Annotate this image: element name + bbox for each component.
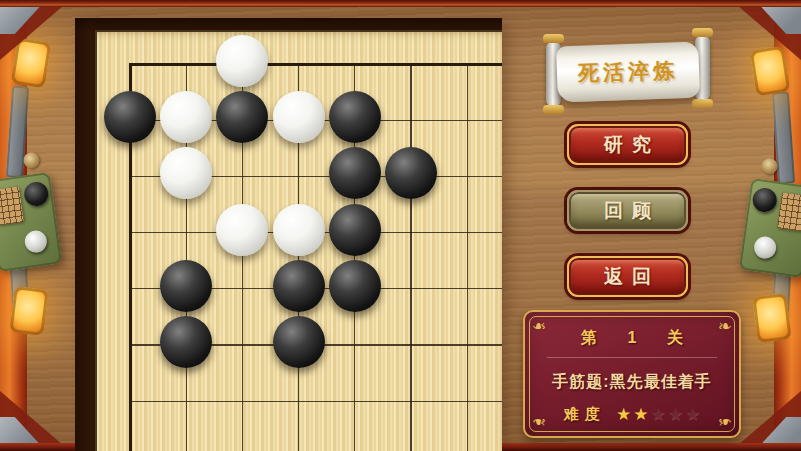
- star-filled-icon: ★: [633, 406, 648, 423]
- study-button[interactable]: 研究: [567, 124, 688, 165]
- black-stone: [104, 91, 156, 143]
- black-stone: [329, 260, 381, 312]
- title-banner: 死活淬炼: [543, 30, 713, 114]
- left-lantern-bottom-icon: [9, 286, 48, 336]
- study-button-label: 研究: [595, 132, 660, 158]
- left-black-stone-bowl: [23, 180, 50, 207]
- white-stone: [273, 91, 325, 143]
- board-grid-line: [467, 64, 468, 451]
- banner-parchment: 死活淬炼: [556, 42, 700, 103]
- white-stone: [160, 91, 212, 143]
- panel-divider: [547, 357, 717, 358]
- level-title: 第 1 关: [525, 328, 739, 349]
- black-stone: [216, 91, 268, 143]
- level-info-panel: ❧ ❧ ❧ ❧ 第 1 关 手筋题:黑先最佳着手 难度 ★★★★★: [523, 310, 741, 438]
- white-stone: [273, 204, 325, 256]
- left-mini-goban: [0, 186, 24, 225]
- star-empty-icon: ★: [685, 406, 700, 423]
- board-grid-line: [130, 401, 502, 402]
- left-white-stone-bowl: [23, 229, 48, 254]
- right-mini-goban: [777, 192, 801, 231]
- board-grid-line: [410, 64, 411, 451]
- review-button[interactable]: 回顾: [567, 190, 688, 231]
- black-stone: [160, 260, 212, 312]
- black-stone: [329, 204, 381, 256]
- white-stone: [160, 147, 212, 199]
- black-stone: [329, 147, 381, 199]
- black-stone: [329, 91, 381, 143]
- review-button-label: 回顾: [595, 198, 660, 224]
- right-white-stone-bowl: [753, 235, 778, 260]
- star-empty-icon: ★: [668, 406, 683, 423]
- black-stone: [160, 316, 212, 368]
- banner-title: 死活淬炼: [578, 57, 679, 88]
- right-black-stone-bowl: [751, 186, 778, 213]
- table-frame-top: [0, 0, 801, 7]
- black-stone: [273, 316, 325, 368]
- left-stone-bowl-station: [0, 172, 62, 272]
- right-lantern-top-icon: [750, 46, 791, 97]
- right-lantern-bottom-icon: [752, 293, 791, 343]
- difficulty-stars: ★★★★★: [616, 406, 700, 423]
- right-stone-bowl-station: [739, 178, 801, 278]
- star-empty-icon: ★: [650, 406, 665, 423]
- difficulty-label: 难度: [564, 405, 606, 424]
- white-stone: [216, 35, 268, 87]
- black-stone: [385, 147, 437, 199]
- black-stone: [273, 260, 325, 312]
- white-stone: [216, 204, 268, 256]
- back-button-label: 返回: [595, 264, 660, 290]
- star-filled-icon: ★: [616, 406, 631, 423]
- go-board-surface[interactable]: [95, 30, 502, 451]
- game-screen: 死活淬炼 研究 回顾 返回 ❧ ❧ ❧ ❧ 第 1 关 手筋题:黑先最佳着手 难…: [0, 0, 801, 451]
- difficulty-row: 难度 ★★★★★: [525, 405, 739, 424]
- problem-text: 手筋题:黑先最佳着手: [525, 372, 739, 393]
- back-button[interactable]: 返回: [567, 256, 688, 297]
- go-board: [75, 18, 502, 451]
